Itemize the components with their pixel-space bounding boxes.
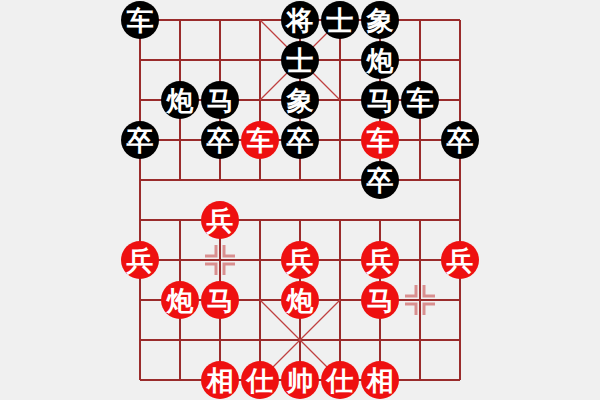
red-chariot[interactable]: 车 bbox=[241, 121, 279, 159]
last-move-marker bbox=[424, 304, 435, 315]
black-soldier[interactable]: 卒 bbox=[121, 121, 159, 159]
red-soldier[interactable]: 兵 bbox=[121, 241, 159, 279]
last-move-marker bbox=[205, 245, 216, 256]
black-horse[interactable]: 马 bbox=[201, 81, 239, 119]
red-horse[interactable]: 马 bbox=[361, 281, 399, 319]
last-move-marker bbox=[224, 245, 235, 256]
black-cannon[interactable]: 炮 bbox=[161, 81, 199, 119]
last-move-marker bbox=[205, 264, 216, 275]
last-move-marker bbox=[405, 285, 416, 296]
red-general[interactable]: 帅 bbox=[281, 361, 319, 399]
black-soldier[interactable]: 卒 bbox=[441, 121, 479, 159]
red-soldier[interactable]: 兵 bbox=[361, 241, 399, 279]
black-elephant[interactable]: 象 bbox=[281, 81, 319, 119]
black-chariot[interactable]: 车 bbox=[121, 1, 159, 39]
black-soldier[interactable]: 卒 bbox=[281, 121, 319, 159]
black-advisor[interactable]: 士 bbox=[281, 41, 319, 79]
red-soldier[interactable]: 兵 bbox=[281, 241, 319, 279]
black-advisor[interactable]: 士 bbox=[321, 1, 359, 39]
red-cannon[interactable]: 炮 bbox=[281, 281, 319, 319]
red-soldier[interactable]: 兵 bbox=[441, 241, 479, 279]
red-advisor[interactable]: 仕 bbox=[241, 361, 279, 399]
xiangqi-board: 车将士象士炮炮马象马车卒卒车卒车卒卒兵兵兵兵兵炮马炮马相仕帅仕相 bbox=[0, 0, 600, 400]
red-soldier[interactable]: 兵 bbox=[201, 201, 239, 239]
black-chariot[interactable]: 车 bbox=[401, 81, 439, 119]
black-elephant[interactable]: 象 bbox=[361, 1, 399, 39]
red-elephant[interactable]: 相 bbox=[201, 361, 239, 399]
black-general[interactable]: 将 bbox=[281, 1, 319, 39]
red-cannon[interactable]: 炮 bbox=[161, 281, 199, 319]
last-move-marker bbox=[405, 304, 416, 315]
black-soldier[interactable]: 卒 bbox=[201, 121, 239, 159]
black-cannon[interactable]: 炮 bbox=[361, 41, 399, 79]
red-elephant[interactable]: 相 bbox=[361, 361, 399, 399]
red-chariot[interactable]: 车 bbox=[361, 121, 399, 159]
red-advisor[interactable]: 仕 bbox=[321, 361, 359, 399]
black-horse[interactable]: 马 bbox=[361, 81, 399, 119]
black-soldier[interactable]: 卒 bbox=[361, 161, 399, 199]
last-move-marker bbox=[224, 264, 235, 275]
red-horse[interactable]: 马 bbox=[201, 281, 239, 319]
last-move-marker bbox=[424, 285, 435, 296]
